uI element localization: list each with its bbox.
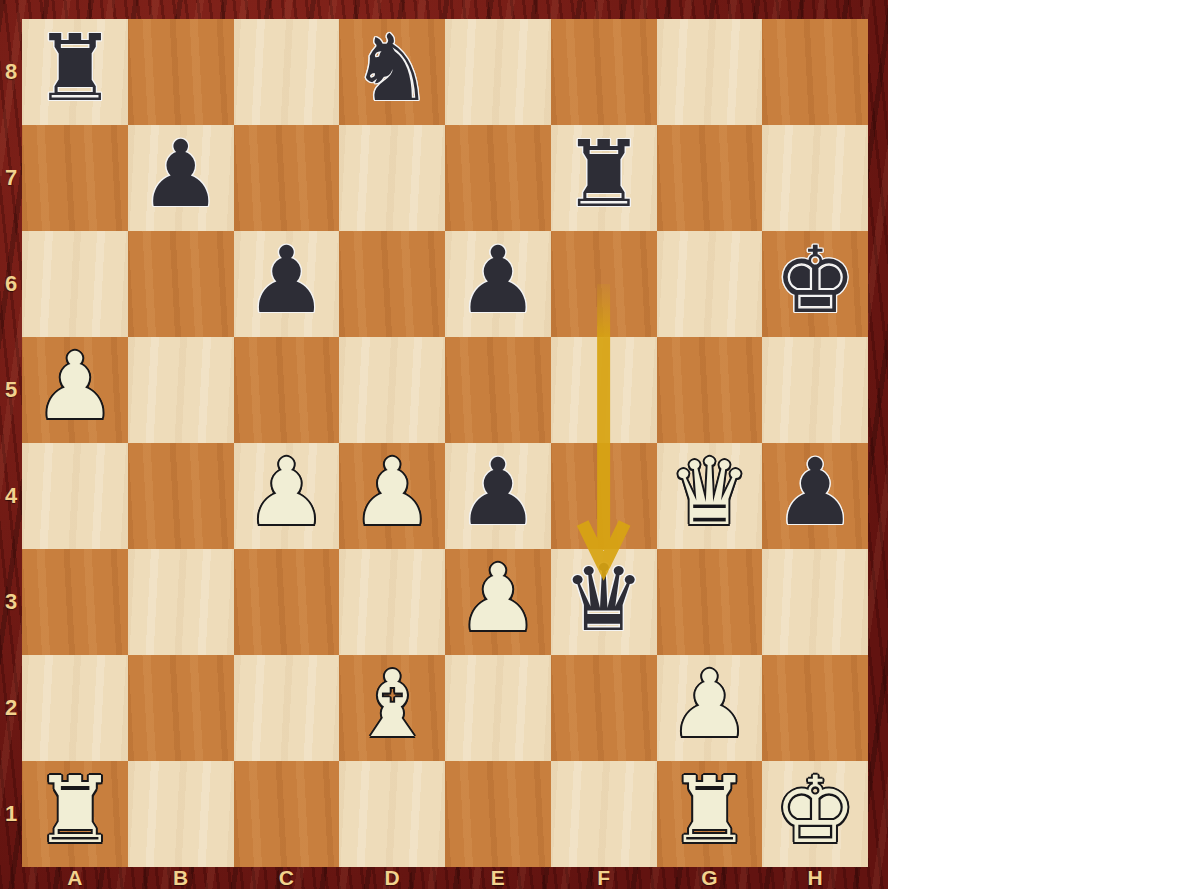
square-g5[interactable]	[657, 337, 763, 443]
black-pawn[interactable]: ♟	[457, 235, 539, 327]
black-queen[interactable]: ♛	[562, 553, 644, 645]
square-g4[interactable]: ♛	[657, 443, 763, 549]
square-a8[interactable]: ♜	[22, 19, 128, 125]
square-b6[interactable]	[128, 231, 234, 337]
square-h3[interactable]	[762, 549, 868, 655]
black-pawn[interactable]: ♟	[774, 447, 856, 539]
white-king[interactable]: ♚	[774, 765, 856, 857]
square-f8[interactable]	[551, 19, 657, 125]
square-e6[interactable]: ♟	[445, 231, 551, 337]
square-g6[interactable]	[657, 231, 763, 337]
black-rook[interactable]: ♜	[562, 129, 644, 221]
chess-board-frame: ♜♞♟♜♟♟♚♟♟♟♟♛♟♟♛♝♟♜♜♚ 87654321 ABCDEFGH	[0, 0, 888, 889]
square-b5[interactable]	[128, 337, 234, 443]
white-pawn[interactable]: ♟	[351, 447, 433, 539]
black-pawn[interactable]: ♟	[139, 129, 221, 221]
square-h4[interactable]: ♟	[762, 443, 868, 549]
black-pawn[interactable]: ♟	[245, 235, 327, 327]
square-d7[interactable]	[339, 125, 445, 231]
file-label-B: B	[173, 867, 188, 889]
square-g8[interactable]	[657, 19, 763, 125]
square-d2[interactable]: ♝	[339, 655, 445, 761]
square-c4[interactable]: ♟	[234, 443, 340, 549]
square-f7[interactable]: ♜	[551, 125, 657, 231]
file-label-E: E	[491, 867, 505, 889]
square-b3[interactable]	[128, 549, 234, 655]
square-c5[interactable]	[234, 337, 340, 443]
white-bishop[interactable]: ♝	[351, 659, 433, 751]
square-b8[interactable]	[128, 19, 234, 125]
black-rook[interactable]: ♜	[34, 23, 116, 115]
square-d8[interactable]: ♞	[339, 19, 445, 125]
square-h6[interactable]: ♚	[762, 231, 868, 337]
square-c8[interactable]	[234, 19, 340, 125]
square-a6[interactable]	[22, 231, 128, 337]
square-b2[interactable]	[128, 655, 234, 761]
square-f2[interactable]	[551, 655, 657, 761]
square-e3[interactable]: ♟	[445, 549, 551, 655]
square-h1[interactable]: ♚	[762, 761, 868, 867]
square-g3[interactable]	[657, 549, 763, 655]
square-g1[interactable]: ♜	[657, 761, 763, 867]
square-b1[interactable]	[128, 761, 234, 867]
square-e8[interactable]	[445, 19, 551, 125]
square-g2[interactable]: ♟	[657, 655, 763, 761]
square-d6[interactable]	[339, 231, 445, 337]
rank-label-8: 8	[0, 59, 22, 85]
square-d5[interactable]	[339, 337, 445, 443]
square-c3[interactable]	[234, 549, 340, 655]
black-king[interactable]: ♚	[774, 235, 856, 327]
square-c7[interactable]	[234, 125, 340, 231]
square-f6[interactable]	[551, 231, 657, 337]
square-h7[interactable]	[762, 125, 868, 231]
square-a3[interactable]	[22, 549, 128, 655]
square-a4[interactable]	[22, 443, 128, 549]
square-g7[interactable]	[657, 125, 763, 231]
rank-label-2: 2	[0, 695, 22, 721]
rank-label-7: 7	[0, 165, 22, 191]
square-f5[interactable]	[551, 337, 657, 443]
square-c6[interactable]: ♟	[234, 231, 340, 337]
rank-label-5: 5	[0, 377, 22, 403]
file-label-C: C	[279, 867, 294, 889]
white-pawn[interactable]: ♟	[245, 447, 327, 539]
square-a1[interactable]: ♜	[22, 761, 128, 867]
board-grid: ♜♞♟♜♟♟♚♟♟♟♟♛♟♟♛♝♟♜♜♚	[22, 19, 868, 867]
rank-label-1: 1	[0, 801, 22, 827]
square-h5[interactable]	[762, 337, 868, 443]
rank-label-6: 6	[0, 271, 22, 297]
black-pawn[interactable]: ♟	[457, 447, 539, 539]
white-queen[interactable]: ♛	[668, 447, 750, 539]
file-label-G: G	[701, 867, 717, 889]
square-a7[interactable]	[22, 125, 128, 231]
white-pawn[interactable]: ♟	[34, 341, 116, 433]
white-pawn[interactable]: ♟	[668, 659, 750, 751]
square-d4[interactable]: ♟	[339, 443, 445, 549]
square-e2[interactable]	[445, 655, 551, 761]
square-e5[interactable]	[445, 337, 551, 443]
square-f1[interactable]	[551, 761, 657, 867]
square-e1[interactable]	[445, 761, 551, 867]
rank-label-3: 3	[0, 589, 22, 615]
square-h8[interactable]	[762, 19, 868, 125]
white-rook[interactable]: ♜	[668, 765, 750, 857]
square-e7[interactable]	[445, 125, 551, 231]
file-label-H: H	[808, 867, 823, 889]
square-d3[interactable]	[339, 549, 445, 655]
white-pawn[interactable]: ♟	[457, 553, 539, 645]
page: ♜♞♟♜♟♟♚♟♟♟♟♛♟♟♛♝♟♜♜♚ 87654321 ABCDEFGH	[0, 0, 1200, 889]
rank-label-4: 4	[0, 483, 22, 509]
square-d1[interactable]	[339, 761, 445, 867]
file-label-D: D	[385, 867, 400, 889]
square-c2[interactable]	[234, 655, 340, 761]
square-f3[interactable]: ♛	[551, 549, 657, 655]
file-label-F: F	[597, 867, 610, 889]
square-b7[interactable]: ♟	[128, 125, 234, 231]
square-e4[interactable]: ♟	[445, 443, 551, 549]
square-b4[interactable]	[128, 443, 234, 549]
black-knight[interactable]: ♞	[351, 23, 433, 115]
square-a5[interactable]: ♟	[22, 337, 128, 443]
white-rook[interactable]: ♜	[34, 765, 116, 857]
square-a2[interactable]	[22, 655, 128, 761]
square-c1[interactable]	[234, 761, 340, 867]
file-label-A: A	[67, 867, 82, 889]
square-h2[interactable]	[762, 655, 868, 761]
square-f4[interactable]	[551, 443, 657, 549]
